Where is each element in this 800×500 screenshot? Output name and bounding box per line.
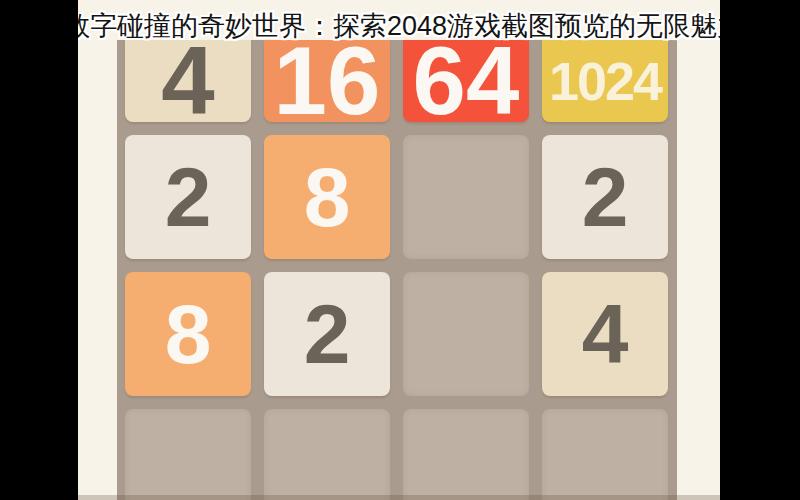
empty-cell [403,135,529,259]
page-title: 数字碰撞的奇妙世界：探索2048游戏截图预览的无限魅力 [78,9,720,43]
letterbox-right [720,0,800,500]
empty-cell [403,272,529,396]
tile-16: 16 [264,40,390,122]
tile-value: 4 [161,33,214,129]
empty-cell [125,409,251,500]
letterbox-left [0,0,78,500]
tile-value: 2 [165,155,212,239]
tile-value: 2 [582,155,629,239]
photo-bottom-edge [78,495,720,500]
tile-4: 4 [125,40,251,122]
tile-value: 16 [274,33,381,129]
tile-value: 8 [304,155,351,239]
game-photo: 416641024282824 数字碰撞的奇妙世界：探索2048游戏截图预览的无… [78,0,720,500]
tile-8: 8 [125,272,251,396]
tile-64: 64 [403,40,529,122]
tile-2: 2 [542,135,668,259]
screenshot-root: 416641024282824 数字碰撞的奇妙世界：探索2048游戏截图预览的无… [0,0,800,500]
tile-value: 64 [413,33,520,129]
empty-cell [403,409,529,500]
empty-cell [542,409,668,500]
tile-8: 8 [264,135,390,259]
tile-2: 2 [264,272,390,396]
board-grid: 416641024282824 [117,40,677,500]
tile-value: 2 [304,292,351,376]
tile-value: 1024 [549,54,661,108]
tile-1024: 1024 [542,40,668,122]
empty-cell [264,409,390,500]
tile-value: 8 [165,292,212,376]
tile-value: 4 [582,292,629,376]
tile-2: 2 [125,135,251,259]
tile-4: 4 [542,272,668,396]
